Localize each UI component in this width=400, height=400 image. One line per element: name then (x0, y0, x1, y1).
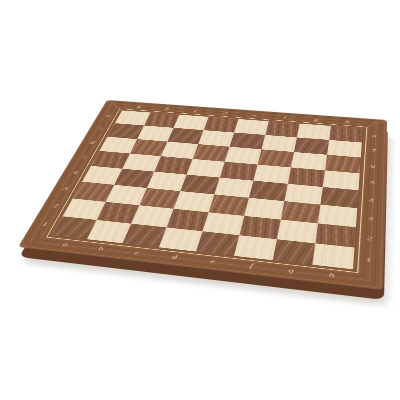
square-f1[interactable] (234, 235, 277, 260)
square-f6[interactable] (258, 149, 294, 167)
square-h4[interactable] (320, 187, 358, 208)
square-h1[interactable] (312, 243, 354, 269)
square-c7[interactable] (167, 128, 203, 144)
coord-right-5: 5 (370, 180, 375, 185)
square-g7[interactable] (294, 137, 329, 154)
square-g3[interactable] (281, 201, 321, 223)
square-d4[interactable] (180, 175, 219, 195)
square-e1[interactable] (196, 231, 239, 256)
coord-right-8: 8 (372, 134, 377, 138)
coord-right-6: 6 (371, 164, 376, 169)
coord-top-h: h (345, 120, 350, 124)
coord-bottom-g: g (288, 267, 294, 274)
coord-right-1: 1 (366, 257, 372, 263)
coord-right-2: 2 (367, 236, 372, 242)
square-c3[interactable] (139, 188, 180, 209)
square-d6[interactable] (193, 144, 230, 162)
coord-bottom-h: h (329, 272, 335, 279)
coord-top-g: g (314, 118, 319, 122)
square-e3[interactable] (209, 194, 249, 215)
square-c1[interactable] (123, 224, 167, 248)
square-b4[interactable] (114, 169, 154, 188)
square-f4[interactable] (249, 181, 288, 201)
coord-right-7: 7 (371, 149, 376, 153)
coord-right-4: 4 (369, 198, 374, 203)
product-photo-canvas: aa88bb77cc66dd55ee44ff33gg22hh11 (0, 0, 400, 400)
square-e7[interactable] (230, 133, 266, 150)
square-g1[interactable] (273, 239, 316, 264)
coord-right-3: 3 (368, 216, 373, 222)
square-h6[interactable] (325, 155, 361, 174)
square-b6[interactable] (130, 139, 167, 156)
